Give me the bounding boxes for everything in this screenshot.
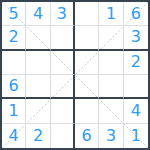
cell-r4c5[interactable] [99,75,123,99]
given-digit: 5 [9,5,19,21]
cell-r1c1[interactable]: 5 [2,2,26,26]
cell-r3c2[interactable] [26,51,50,75]
given-digit: 2 [131,54,141,70]
cell-r2c2[interactable] [26,26,50,50]
cell-r3c1[interactable] [2,51,26,75]
sudoku-grid: 5431623261442631 [2,2,148,148]
cell-r6c6[interactable]: 1 [124,124,148,148]
cell-r2c3[interactable] [51,26,75,50]
cell-r1c6[interactable]: 6 [124,2,148,26]
cell-r1c4[interactable] [75,2,99,26]
given-digit: 1 [131,127,141,143]
cell-r2c4[interactable] [75,26,99,50]
given-digit: 4 [9,127,19,143]
cell-r3c5[interactable] [99,51,123,75]
cell-r1c5[interactable]: 1 [99,2,123,26]
cell-r6c3[interactable] [51,124,75,148]
cell-r3c4[interactable] [75,51,99,75]
given-digit: 1 [9,102,19,118]
given-digit: 3 [131,29,141,45]
given-digit: 2 [9,29,19,45]
cell-r5c3[interactable] [51,99,75,123]
cell-r1c2[interactable]: 4 [26,2,50,26]
cell-r3c6[interactable]: 2 [124,51,148,75]
given-digit: 3 [106,127,116,143]
cell-r5c4[interactable] [75,99,99,123]
cell-r4c1[interactable]: 6 [2,75,26,99]
sudoku-board: 5431623261442631 [0,0,150,150]
given-digit: 2 [33,127,43,143]
cell-r2c1[interactable]: 2 [2,26,26,50]
given-digit: 1 [106,5,116,21]
cell-r6c1[interactable]: 4 [2,124,26,148]
cell-r1c3[interactable]: 3 [51,2,75,26]
cell-r6c4[interactable]: 6 [75,124,99,148]
cell-r5c1[interactable]: 1 [2,99,26,123]
cell-r4c3[interactable] [51,75,75,99]
cell-r5c5[interactable] [99,99,123,123]
given-digit: 6 [9,78,19,94]
cell-r5c2[interactable] [26,99,50,123]
cell-r2c6[interactable]: 3 [124,26,148,50]
given-digit: 4 [33,5,43,21]
cell-r6c2[interactable]: 2 [26,124,50,148]
given-digit: 4 [131,102,141,118]
cell-r6c5[interactable]: 3 [99,124,123,148]
cell-r5c6[interactable]: 4 [124,99,148,123]
given-digit: 6 [82,127,92,143]
cell-r3c3[interactable] [51,51,75,75]
cell-r4c2[interactable] [26,75,50,99]
cell-r4c6[interactable] [124,75,148,99]
given-digit: 6 [131,5,141,21]
cell-r4c4[interactable] [75,75,99,99]
given-digit: 3 [57,5,67,21]
cell-r2c5[interactable] [99,26,123,50]
